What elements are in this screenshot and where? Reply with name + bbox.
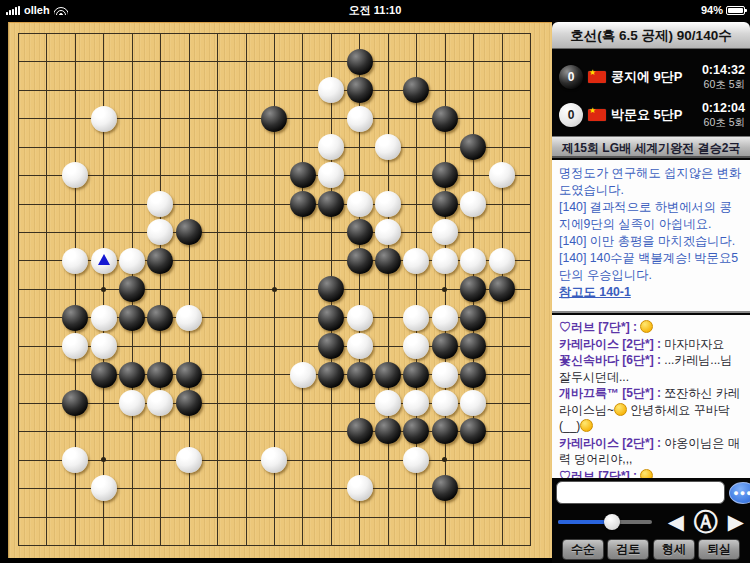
board-cell[interactable] — [317, 133, 345, 161]
board-cell[interactable] — [4, 161, 32, 189]
next-move-icon[interactable]: ▶ — [728, 511, 744, 533]
move-progress-slider[interactable] — [558, 514, 652, 530]
board-cell[interactable] — [402, 218, 430, 246]
board-cell[interactable] — [146, 161, 174, 189]
leave-button[interactable]: 퇴실 — [698, 539, 740, 560]
board-cell[interactable] — [89, 417, 117, 445]
board-cell[interactable] — [374, 332, 402, 360]
board-cell[interactable] — [203, 474, 231, 502]
board-cell[interactable] — [118, 104, 146, 132]
board-cell[interactable] — [146, 417, 174, 445]
board-cell[interactable] — [288, 360, 316, 388]
board-cell[interactable] — [175, 133, 203, 161]
board-cell[interactable] — [374, 76, 402, 104]
board-cell[interactable] — [89, 19, 117, 47]
board-cell[interactable] — [516, 133, 544, 161]
board-cell[interactable] — [516, 531, 544, 559]
board-cell[interactable] — [516, 474, 544, 502]
board-cell[interactable] — [146, 76, 174, 104]
board-cell[interactable] — [374, 474, 402, 502]
board-cell[interactable] — [402, 247, 430, 275]
board-cell[interactable] — [4, 303, 32, 331]
board-cell[interactable] — [488, 303, 516, 331]
board-cell[interactable] — [374, 133, 402, 161]
board-cell[interactable] — [232, 48, 260, 76]
board-cell[interactable] — [345, 76, 373, 104]
board-cell[interactable] — [61, 446, 89, 474]
board-cell[interactable] — [516, 389, 544, 417]
board-cell[interactable] — [488, 474, 516, 502]
board-cell[interactable] — [175, 503, 203, 531]
board-cell[interactable] — [232, 360, 260, 388]
board-cell[interactable] — [203, 133, 231, 161]
board-cell[interactable] — [33, 417, 61, 445]
board-cell[interactable] — [288, 133, 316, 161]
board-cell[interactable] — [459, 161, 487, 189]
board-cell[interactable] — [431, 190, 459, 218]
board-cell[interactable] — [317, 218, 345, 246]
board-cell[interactable] — [232, 332, 260, 360]
chat-send-bubble-icon[interactable]: ●●● — [729, 482, 750, 504]
board-cell[interactable] — [345, 303, 373, 331]
review-button[interactable]: 검토 — [607, 539, 649, 560]
board-cell[interactable] — [431, 303, 459, 331]
board-cell[interactable] — [260, 303, 288, 331]
board-cell[interactable] — [317, 503, 345, 531]
board-cell[interactable] — [459, 360, 487, 388]
board-cell[interactable] — [33, 104, 61, 132]
board-cell[interactable] — [459, 474, 487, 502]
board-cell[interactable] — [203, 161, 231, 189]
board-cell[interactable] — [317, 474, 345, 502]
board-cell[interactable] — [118, 474, 146, 502]
board-cell[interactable] — [33, 303, 61, 331]
board-cell[interactable] — [516, 275, 544, 303]
board-cell[interactable] — [203, 503, 231, 531]
board-cell[interactable] — [516, 417, 544, 445]
board-cell[interactable] — [516, 332, 544, 360]
board-cell[interactable] — [317, 247, 345, 275]
board-cell[interactable] — [288, 503, 316, 531]
board-cell[interactable] — [374, 360, 402, 388]
board-cell[interactable] — [118, 218, 146, 246]
board-cell[interactable] — [431, 417, 459, 445]
board-cell[interactable] — [402, 474, 430, 502]
board-cell[interactable] — [402, 332, 430, 360]
board-cell[interactable] — [374, 417, 402, 445]
board-cell[interactable] — [175, 531, 203, 559]
board-cell[interactable] — [260, 503, 288, 531]
board-cell[interactable] — [459, 389, 487, 417]
board-cell[interactable] — [345, 133, 373, 161]
board-cell[interactable] — [317, 190, 345, 218]
board-cell[interactable] — [61, 190, 89, 218]
board-cell[interactable] — [345, 247, 373, 275]
board-cell[interactable] — [89, 360, 117, 388]
board-cell[interactable] — [175, 275, 203, 303]
board-cell[interactable] — [260, 332, 288, 360]
board-cell[interactable] — [260, 360, 288, 388]
board-cell[interactable] — [488, 275, 516, 303]
board-cell[interactable] — [345, 417, 373, 445]
board-cell[interactable] — [118, 161, 146, 189]
board-cell[interactable] — [4, 332, 32, 360]
board-cell[interactable] — [374, 48, 402, 76]
board-cell[interactable] — [4, 417, 32, 445]
board-cell[interactable] — [288, 417, 316, 445]
board-cell[interactable] — [431, 531, 459, 559]
board-cell[interactable] — [516, 503, 544, 531]
board-cell[interactable] — [431, 275, 459, 303]
board-cell[interactable] — [516, 218, 544, 246]
board-cell[interactable] — [345, 48, 373, 76]
board-cell[interactable] — [317, 446, 345, 474]
board-cell[interactable] — [459, 76, 487, 104]
board-cell[interactable] — [146, 446, 174, 474]
board-cell[interactable] — [175, 218, 203, 246]
board-cell[interactable] — [516, 360, 544, 388]
board-cell[interactable] — [288, 104, 316, 132]
board-cell[interactable] — [459, 503, 487, 531]
board-cell[interactable] — [175, 247, 203, 275]
board-cell[interactable] — [89, 104, 117, 132]
board-cell[interactable] — [175, 190, 203, 218]
board-cell[interactable] — [516, 161, 544, 189]
board-cell[interactable] — [146, 133, 174, 161]
board-cell[interactable] — [402, 104, 430, 132]
board-cell[interactable] — [175, 104, 203, 132]
board-cell[interactable] — [89, 303, 117, 331]
board-cell[interactable] — [118, 503, 146, 531]
board-cell[interactable] — [431, 360, 459, 388]
board-cell[interactable] — [118, 446, 146, 474]
board-cell[interactable] — [317, 48, 345, 76]
board-cell[interactable] — [345, 389, 373, 417]
board-cell[interactable] — [118, 48, 146, 76]
chat-input[interactable] — [556, 481, 725, 504]
board-cell[interactable] — [374, 104, 402, 132]
board-cell[interactable] — [89, 332, 117, 360]
board-cell[interactable] — [459, 190, 487, 218]
board-cell[interactable] — [118, 190, 146, 218]
board-cell[interactable] — [175, 474, 203, 502]
board-cell[interactable] — [146, 190, 174, 218]
board-cell[interactable] — [402, 417, 430, 445]
board-cell[interactable] — [232, 133, 260, 161]
board-cell[interactable] — [232, 531, 260, 559]
board-cell[interactable] — [33, 503, 61, 531]
board-cell[interactable] — [459, 332, 487, 360]
board-cell[interactable] — [4, 19, 32, 47]
board-cell[interactable] — [203, 19, 231, 47]
board-cell[interactable] — [232, 303, 260, 331]
board-cell[interactable] — [4, 446, 32, 474]
board-cell[interactable] — [431, 446, 459, 474]
board-cell[interactable] — [203, 48, 231, 76]
board-cell[interactable] — [4, 76, 32, 104]
board-cell[interactable] — [317, 389, 345, 417]
board-cell[interactable] — [402, 531, 430, 559]
board-cell[interactable] — [146, 360, 174, 388]
board-cell[interactable] — [374, 303, 402, 331]
board-cell[interactable] — [431, 76, 459, 104]
board-cell[interactable] — [146, 474, 174, 502]
board-cell[interactable] — [488, 218, 516, 246]
board-cell[interactable] — [288, 190, 316, 218]
board-cell[interactable] — [232, 161, 260, 189]
board-cell[interactable] — [345, 446, 373, 474]
board-cell[interactable] — [203, 76, 231, 104]
auto-play-icon[interactable]: Ⓐ — [694, 510, 718, 534]
board-cell[interactable] — [374, 389, 402, 417]
board-cell[interactable] — [89, 247, 117, 275]
board-cell[interactable] — [374, 19, 402, 47]
board-cell[interactable] — [61, 474, 89, 502]
board-cell[interactable] — [345, 161, 373, 189]
board-cell[interactable] — [516, 247, 544, 275]
board-cell[interactable] — [317, 161, 345, 189]
board-cell[interactable] — [89, 474, 117, 502]
board-cell[interactable] — [232, 190, 260, 218]
board-cell[interactable] — [232, 389, 260, 417]
board-cell[interactable] — [488, 531, 516, 559]
board-cell[interactable] — [232, 417, 260, 445]
board-cell[interactable] — [61, 19, 89, 47]
board-cell[interactable] — [33, 247, 61, 275]
board-cell[interactable] — [175, 161, 203, 189]
board-cell[interactable] — [317, 332, 345, 360]
board-cell[interactable] — [516, 104, 544, 132]
board-cell[interactable] — [61, 76, 89, 104]
board-cell[interactable] — [33, 19, 61, 47]
board-cell[interactable] — [345, 474, 373, 502]
board-cell[interactable] — [61, 303, 89, 331]
board-cell[interactable] — [89, 389, 117, 417]
board-cell[interactable] — [516, 446, 544, 474]
board-cell[interactable] — [232, 19, 260, 47]
board-cell[interactable] — [61, 247, 89, 275]
board-cell[interactable] — [374, 190, 402, 218]
board-cell[interactable] — [260, 133, 288, 161]
board-cell[interactable] — [33, 531, 61, 559]
board-cell[interactable] — [345, 503, 373, 531]
board-cell[interactable] — [374, 503, 402, 531]
board-cell[interactable] — [374, 161, 402, 189]
board-cell[interactable] — [61, 133, 89, 161]
board-cell[interactable] — [33, 161, 61, 189]
board-cell[interactable] — [118, 303, 146, 331]
board-cell[interactable] — [118, 531, 146, 559]
board-cell[interactable] — [431, 161, 459, 189]
board-cell[interactable] — [232, 503, 260, 531]
board-cell[interactable] — [146, 332, 174, 360]
board-cell[interactable] — [431, 48, 459, 76]
board-cell[interactable] — [402, 48, 430, 76]
board-cell[interactable] — [488, 360, 516, 388]
board-cell[interactable] — [175, 446, 203, 474]
board-cell[interactable] — [146, 104, 174, 132]
board-cell[interactable] — [33, 446, 61, 474]
board-cell[interactable] — [317, 417, 345, 445]
board-cell[interactable] — [61, 218, 89, 246]
board-cell[interactable] — [4, 389, 32, 417]
board-cell[interactable] — [4, 474, 32, 502]
board-cell[interactable] — [146, 48, 174, 76]
board-cell[interactable] — [61, 389, 89, 417]
board-cell[interactable] — [146, 247, 174, 275]
board-cell[interactable] — [260, 474, 288, 502]
board-cell[interactable] — [459, 531, 487, 559]
board-cell[interactable] — [89, 48, 117, 76]
board-cell[interactable] — [459, 247, 487, 275]
board-cell[interactable] — [33, 332, 61, 360]
board-cell[interactable] — [4, 247, 32, 275]
board-cell[interactable] — [402, 19, 430, 47]
board-cell[interactable] — [33, 360, 61, 388]
board-cell[interactable] — [61, 417, 89, 445]
board-cell[interactable] — [146, 303, 174, 331]
board-cell[interactable] — [260, 48, 288, 76]
go-board[interactable] — [8, 22, 552, 558]
board-cell[interactable] — [459, 19, 487, 47]
board-cell[interactable] — [33, 190, 61, 218]
board-cell[interactable] — [33, 389, 61, 417]
board-cell[interactable] — [232, 446, 260, 474]
board-cell[interactable] — [203, 360, 231, 388]
board-cell[interactable] — [232, 275, 260, 303]
board-cell[interactable] — [488, 503, 516, 531]
board-cell[interactable] — [118, 417, 146, 445]
board-cell[interactable] — [232, 218, 260, 246]
slider-knob[interactable] — [604, 514, 620, 530]
board-cell[interactable] — [345, 218, 373, 246]
board-cell[interactable] — [61, 531, 89, 559]
board-cell[interactable] — [203, 417, 231, 445]
board-cell[interactable] — [89, 161, 117, 189]
board-cell[interactable] — [118, 19, 146, 47]
board-cell[interactable] — [260, 76, 288, 104]
board-cell[interactable] — [33, 275, 61, 303]
board-cell[interactable] — [175, 332, 203, 360]
board-cell[interactable] — [232, 104, 260, 132]
board-cell[interactable] — [33, 76, 61, 104]
board-cell[interactable] — [203, 531, 231, 559]
board-cell[interactable] — [431, 133, 459, 161]
board-cell[interactable] — [4, 360, 32, 388]
board-cell[interactable] — [4, 190, 32, 218]
board-cell[interactable] — [402, 76, 430, 104]
board-cell[interactable] — [260, 104, 288, 132]
board-cell[interactable] — [345, 275, 373, 303]
board-cell[interactable] — [203, 446, 231, 474]
board-cell[interactable] — [488, 247, 516, 275]
board-cell[interactable] — [402, 303, 430, 331]
board-cell[interactable] — [402, 389, 430, 417]
board-cell[interactable] — [317, 275, 345, 303]
board-cell[interactable] — [61, 161, 89, 189]
board-cell[interactable] — [431, 389, 459, 417]
board-cell[interactable] — [203, 275, 231, 303]
board-cell[interactable] — [260, 446, 288, 474]
board-cell[interactable] — [146, 19, 174, 47]
board-cell[interactable] — [488, 446, 516, 474]
board-cell[interactable] — [146, 389, 174, 417]
board-cell[interactable] — [146, 218, 174, 246]
board-cell[interactable] — [203, 104, 231, 132]
board-cell[interactable] — [402, 190, 430, 218]
board-cell[interactable] — [89, 503, 117, 531]
board-cell[interactable] — [488, 76, 516, 104]
board-cell[interactable] — [175, 303, 203, 331]
board-cell[interactable] — [175, 19, 203, 47]
board-cell[interactable] — [288, 76, 316, 104]
board-cell[interactable] — [317, 531, 345, 559]
board-cell[interactable] — [4, 104, 32, 132]
board-cell[interactable] — [260, 19, 288, 47]
board-cell[interactable] — [317, 76, 345, 104]
board-cell[interactable] — [459, 218, 487, 246]
board-cell[interactable] — [288, 247, 316, 275]
board-cell[interactable] — [288, 303, 316, 331]
board-cell[interactable] — [146, 531, 174, 559]
board-cell[interactable] — [288, 446, 316, 474]
board-cell[interactable] — [345, 104, 373, 132]
board-cell[interactable] — [260, 531, 288, 559]
board-cell[interactable] — [61, 48, 89, 76]
board-cell[interactable] — [260, 218, 288, 246]
board-cell[interactable] — [89, 531, 117, 559]
board-cell[interactable] — [89, 133, 117, 161]
board-cell[interactable] — [402, 446, 430, 474]
board-cell[interactable] — [146, 503, 174, 531]
board-cell[interactable] — [4, 218, 32, 246]
board-cell[interactable] — [288, 332, 316, 360]
board-cell[interactable] — [33, 48, 61, 76]
moves-button[interactable]: 수순 — [562, 539, 604, 560]
board-cell[interactable] — [232, 247, 260, 275]
board-cell[interactable] — [402, 275, 430, 303]
board-cell[interactable] — [33, 133, 61, 161]
board-cell[interactable] — [459, 446, 487, 474]
board-cell[interactable] — [33, 474, 61, 502]
board-cell[interactable] — [459, 417, 487, 445]
board-cell[interactable] — [118, 389, 146, 417]
board-cell[interactable] — [4, 275, 32, 303]
board-cell[interactable] — [402, 161, 430, 189]
board-cell[interactable] — [402, 133, 430, 161]
board-cell[interactable] — [33, 218, 61, 246]
board-cell[interactable] — [374, 275, 402, 303]
board-cell[interactable] — [118, 275, 146, 303]
board-cell[interactable] — [288, 19, 316, 47]
board-cell[interactable] — [459, 275, 487, 303]
board-cell[interactable] — [345, 360, 373, 388]
board-cell[interactable] — [488, 417, 516, 445]
board-cell[interactable] — [431, 218, 459, 246]
board-cell[interactable] — [118, 332, 146, 360]
board-cell[interactable] — [345, 332, 373, 360]
board-cell[interactable] — [459, 104, 487, 132]
board-cell[interactable] — [374, 218, 402, 246]
board-cell[interactable] — [203, 247, 231, 275]
board-cell[interactable] — [203, 332, 231, 360]
board-cell[interactable] — [402, 503, 430, 531]
board-cell[interactable] — [288, 48, 316, 76]
board-cell[interactable] — [4, 133, 32, 161]
board-cell[interactable] — [89, 446, 117, 474]
board-cell[interactable] — [488, 389, 516, 417]
board-cell[interactable] — [288, 531, 316, 559]
